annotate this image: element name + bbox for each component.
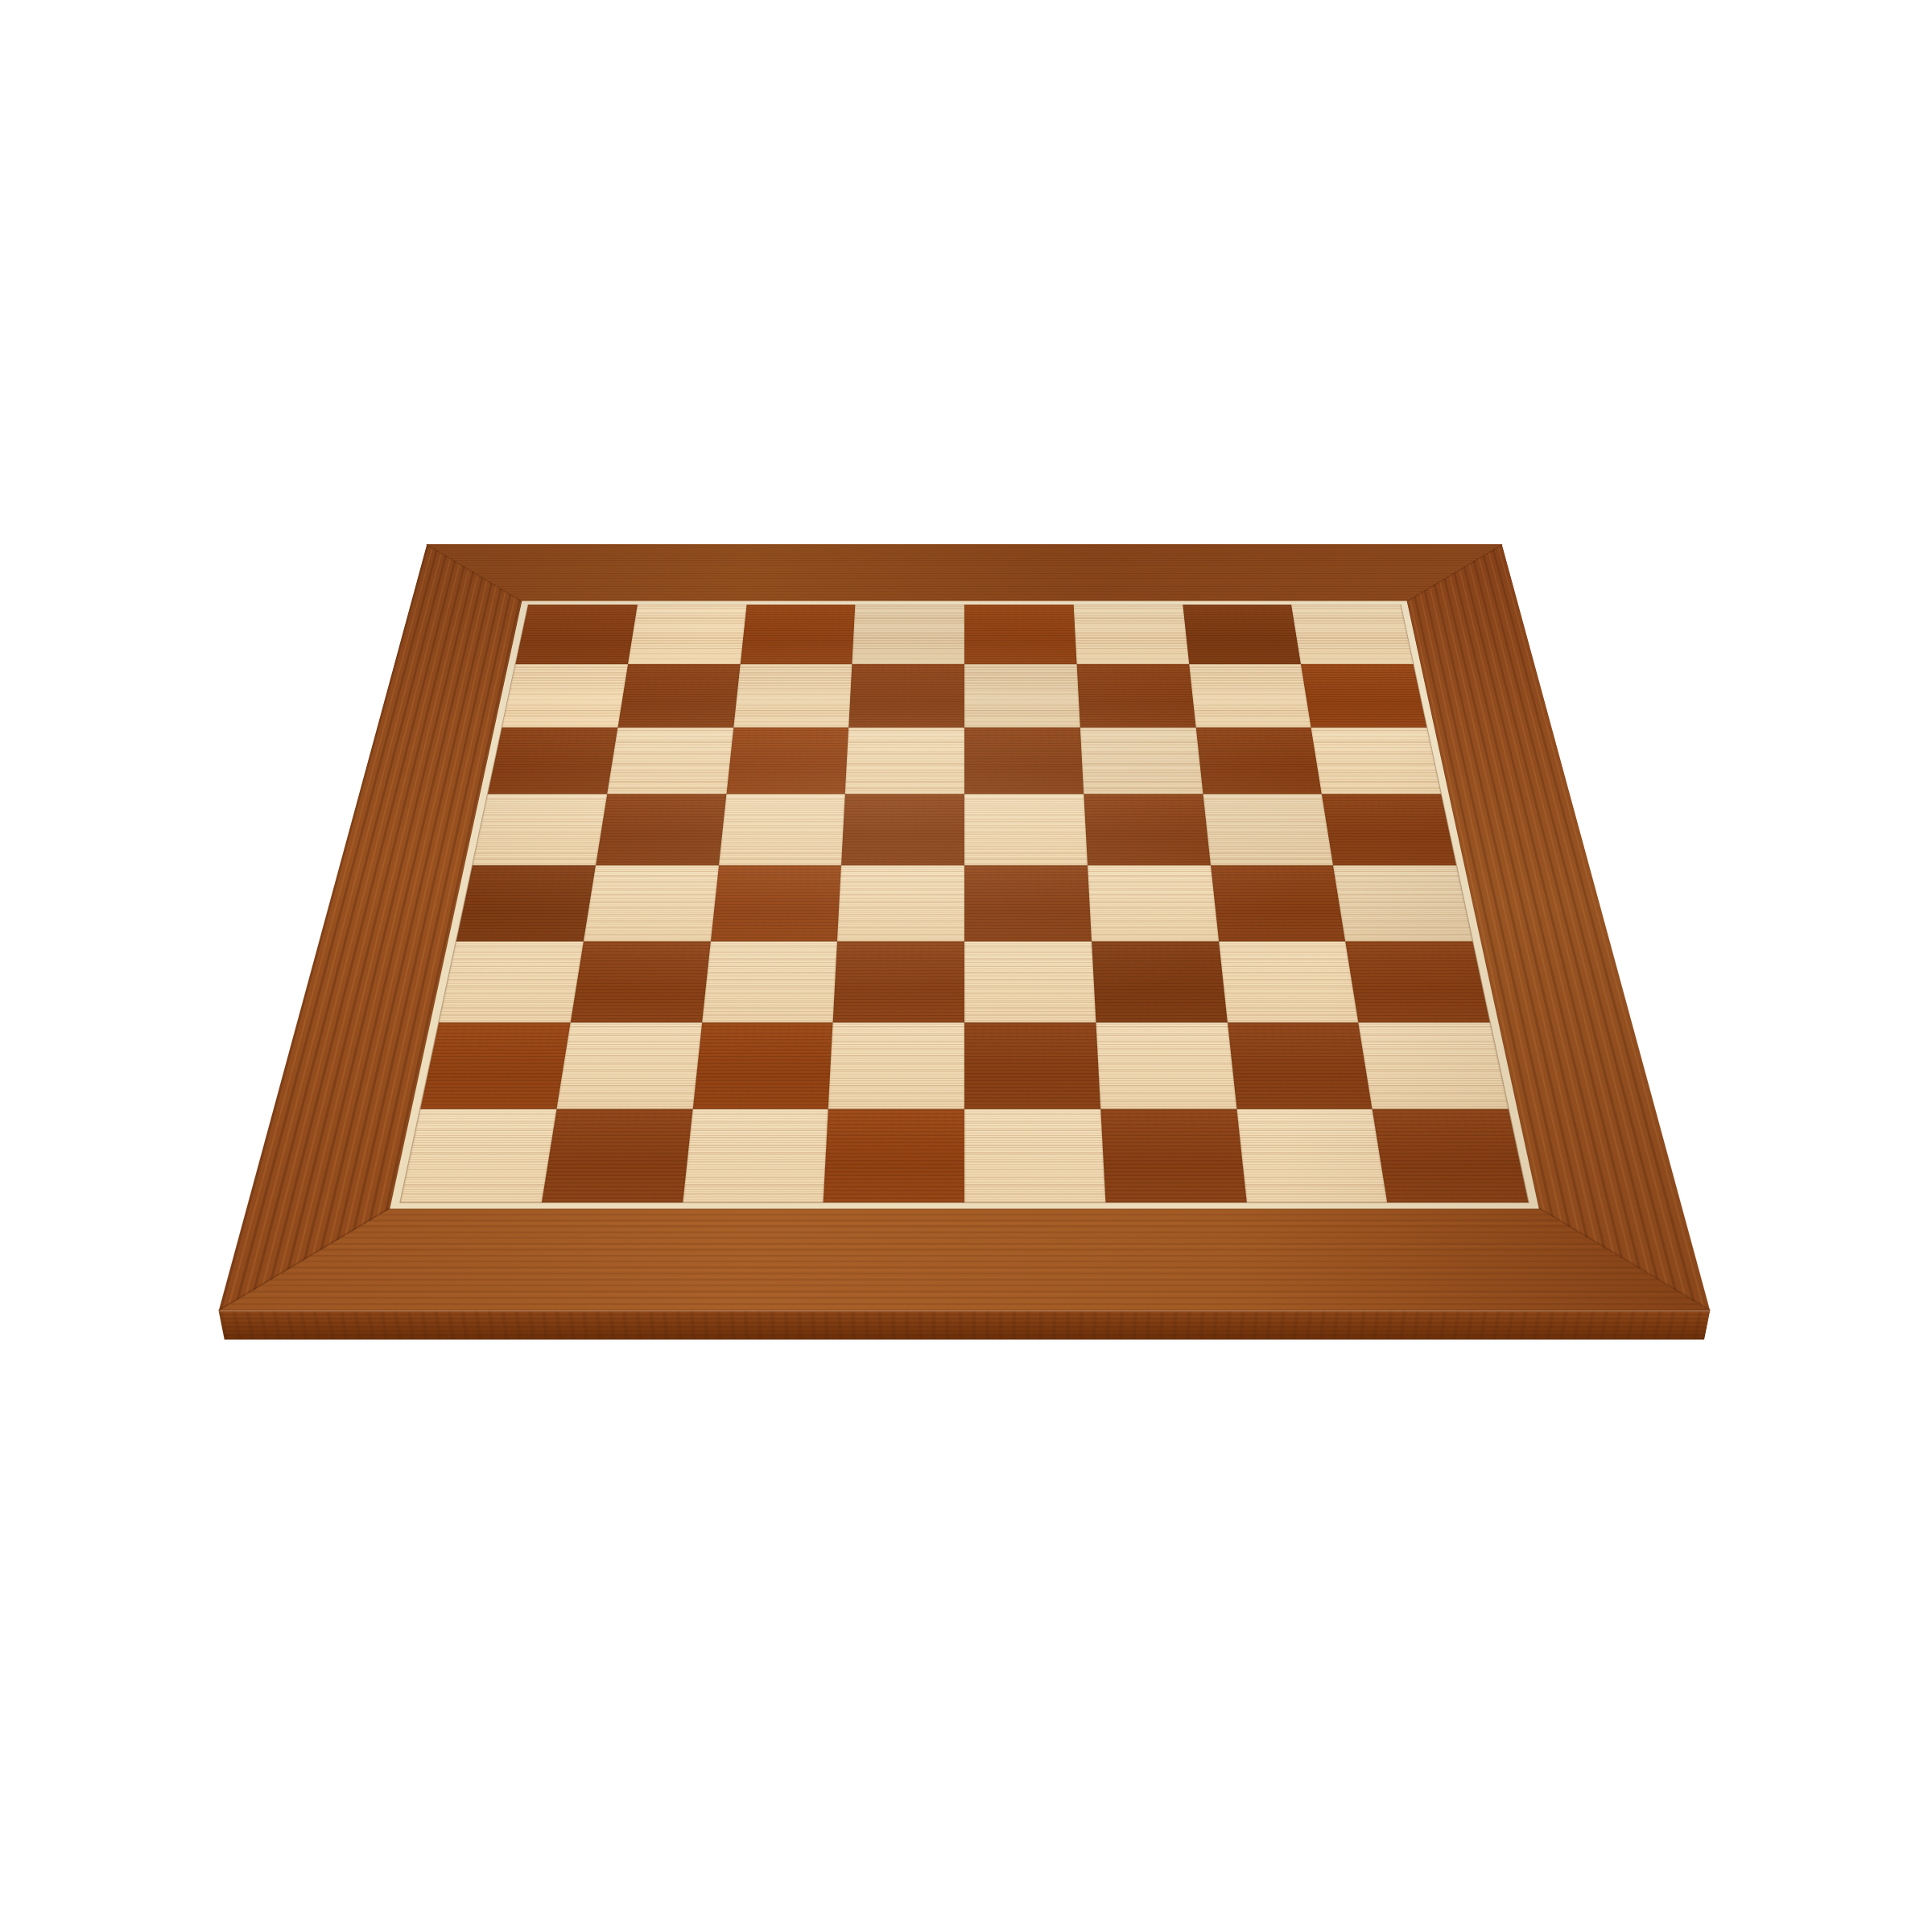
square-r4c6: [1084, 795, 1210, 865]
square-r3c6: [1080, 727, 1203, 794]
square-r6c2: [570, 941, 710, 1022]
square-r8c3: [683, 1109, 828, 1203]
miter-joint-line: [217, 1207, 390, 1311]
square-r1c5: [964, 605, 1076, 664]
square-r8c4: [824, 1109, 964, 1203]
square-r7c7: [1227, 1022, 1372, 1109]
square-r2c5: [964, 664, 1080, 727]
square-r5c4: [837, 865, 964, 941]
square-r7c8: [1359, 1022, 1509, 1109]
square-r5c5: [964, 865, 1092, 941]
square-r5c6: [1088, 865, 1219, 941]
square-r2c2: [617, 664, 740, 727]
square-r6c8: [1345, 941, 1489, 1022]
square-r2c7: [1189, 664, 1311, 727]
square-r7c5: [964, 1022, 1100, 1109]
square-r3c5: [964, 727, 1084, 794]
square-r8c8: [1373, 1109, 1529, 1203]
chess-board: [219, 544, 1711, 1311]
square-r7c1: [420, 1022, 570, 1109]
square-r1c2: [628, 605, 746, 664]
square-r8c2: [542, 1109, 693, 1203]
square-r6c4: [833, 941, 964, 1022]
square-r1c1: [515, 605, 637, 664]
square-r6c3: [702, 941, 838, 1022]
square-r5c8: [1333, 865, 1472, 941]
square-r4c2: [596, 795, 726, 865]
square-r1c6: [1073, 605, 1188, 664]
square-r4c5: [964, 795, 1088, 865]
square-r1c4: [852, 605, 964, 664]
square-r6c5: [964, 941, 1096, 1022]
square-r2c6: [1076, 664, 1195, 727]
square-r6c7: [1219, 941, 1359, 1022]
square-r3c2: [607, 727, 733, 794]
square-r4c7: [1203, 795, 1333, 865]
board-top-surface: [219, 544, 1711, 1311]
miter-joint-line: [1538, 1207, 1711, 1311]
square-r2c4: [848, 664, 964, 727]
square-r3c1: [488, 727, 617, 794]
square-r5c3: [710, 865, 841, 941]
square-r5c2: [584, 865, 719, 941]
square-r3c4: [845, 727, 964, 794]
square-r7c3: [692, 1022, 833, 1109]
square-r1c8: [1291, 605, 1413, 664]
square-r8c5: [964, 1109, 1105, 1203]
square-r6c1: [439, 941, 583, 1022]
square-r4c8: [1322, 795, 1456, 865]
square-r7c4: [828, 1022, 964, 1109]
square-r3c3: [726, 727, 848, 794]
square-r6c6: [1092, 941, 1228, 1022]
square-r8c1: [400, 1109, 556, 1203]
square-r7c2: [556, 1022, 701, 1109]
photo-background: [0, 0, 1932, 1932]
square-r8c6: [1100, 1109, 1246, 1203]
square-r1c3: [740, 605, 855, 664]
square-r4c3: [719, 795, 845, 865]
square-r1c7: [1183, 605, 1301, 664]
board-front-edge: [219, 1311, 1711, 1340]
square-r4c4: [841, 795, 964, 865]
square-r4c1: [473, 795, 607, 865]
square-r5c1: [456, 865, 596, 941]
square-r5c7: [1211, 865, 1346, 941]
square-r2c1: [502, 664, 628, 727]
square-r2c3: [733, 664, 852, 727]
square-r7c6: [1096, 1022, 1236, 1109]
square-r2c8: [1301, 664, 1426, 727]
square-r3c7: [1195, 727, 1322, 794]
square-r3c8: [1311, 727, 1441, 794]
square-r8c7: [1236, 1109, 1388, 1203]
playing-field: [400, 605, 1528, 1202]
